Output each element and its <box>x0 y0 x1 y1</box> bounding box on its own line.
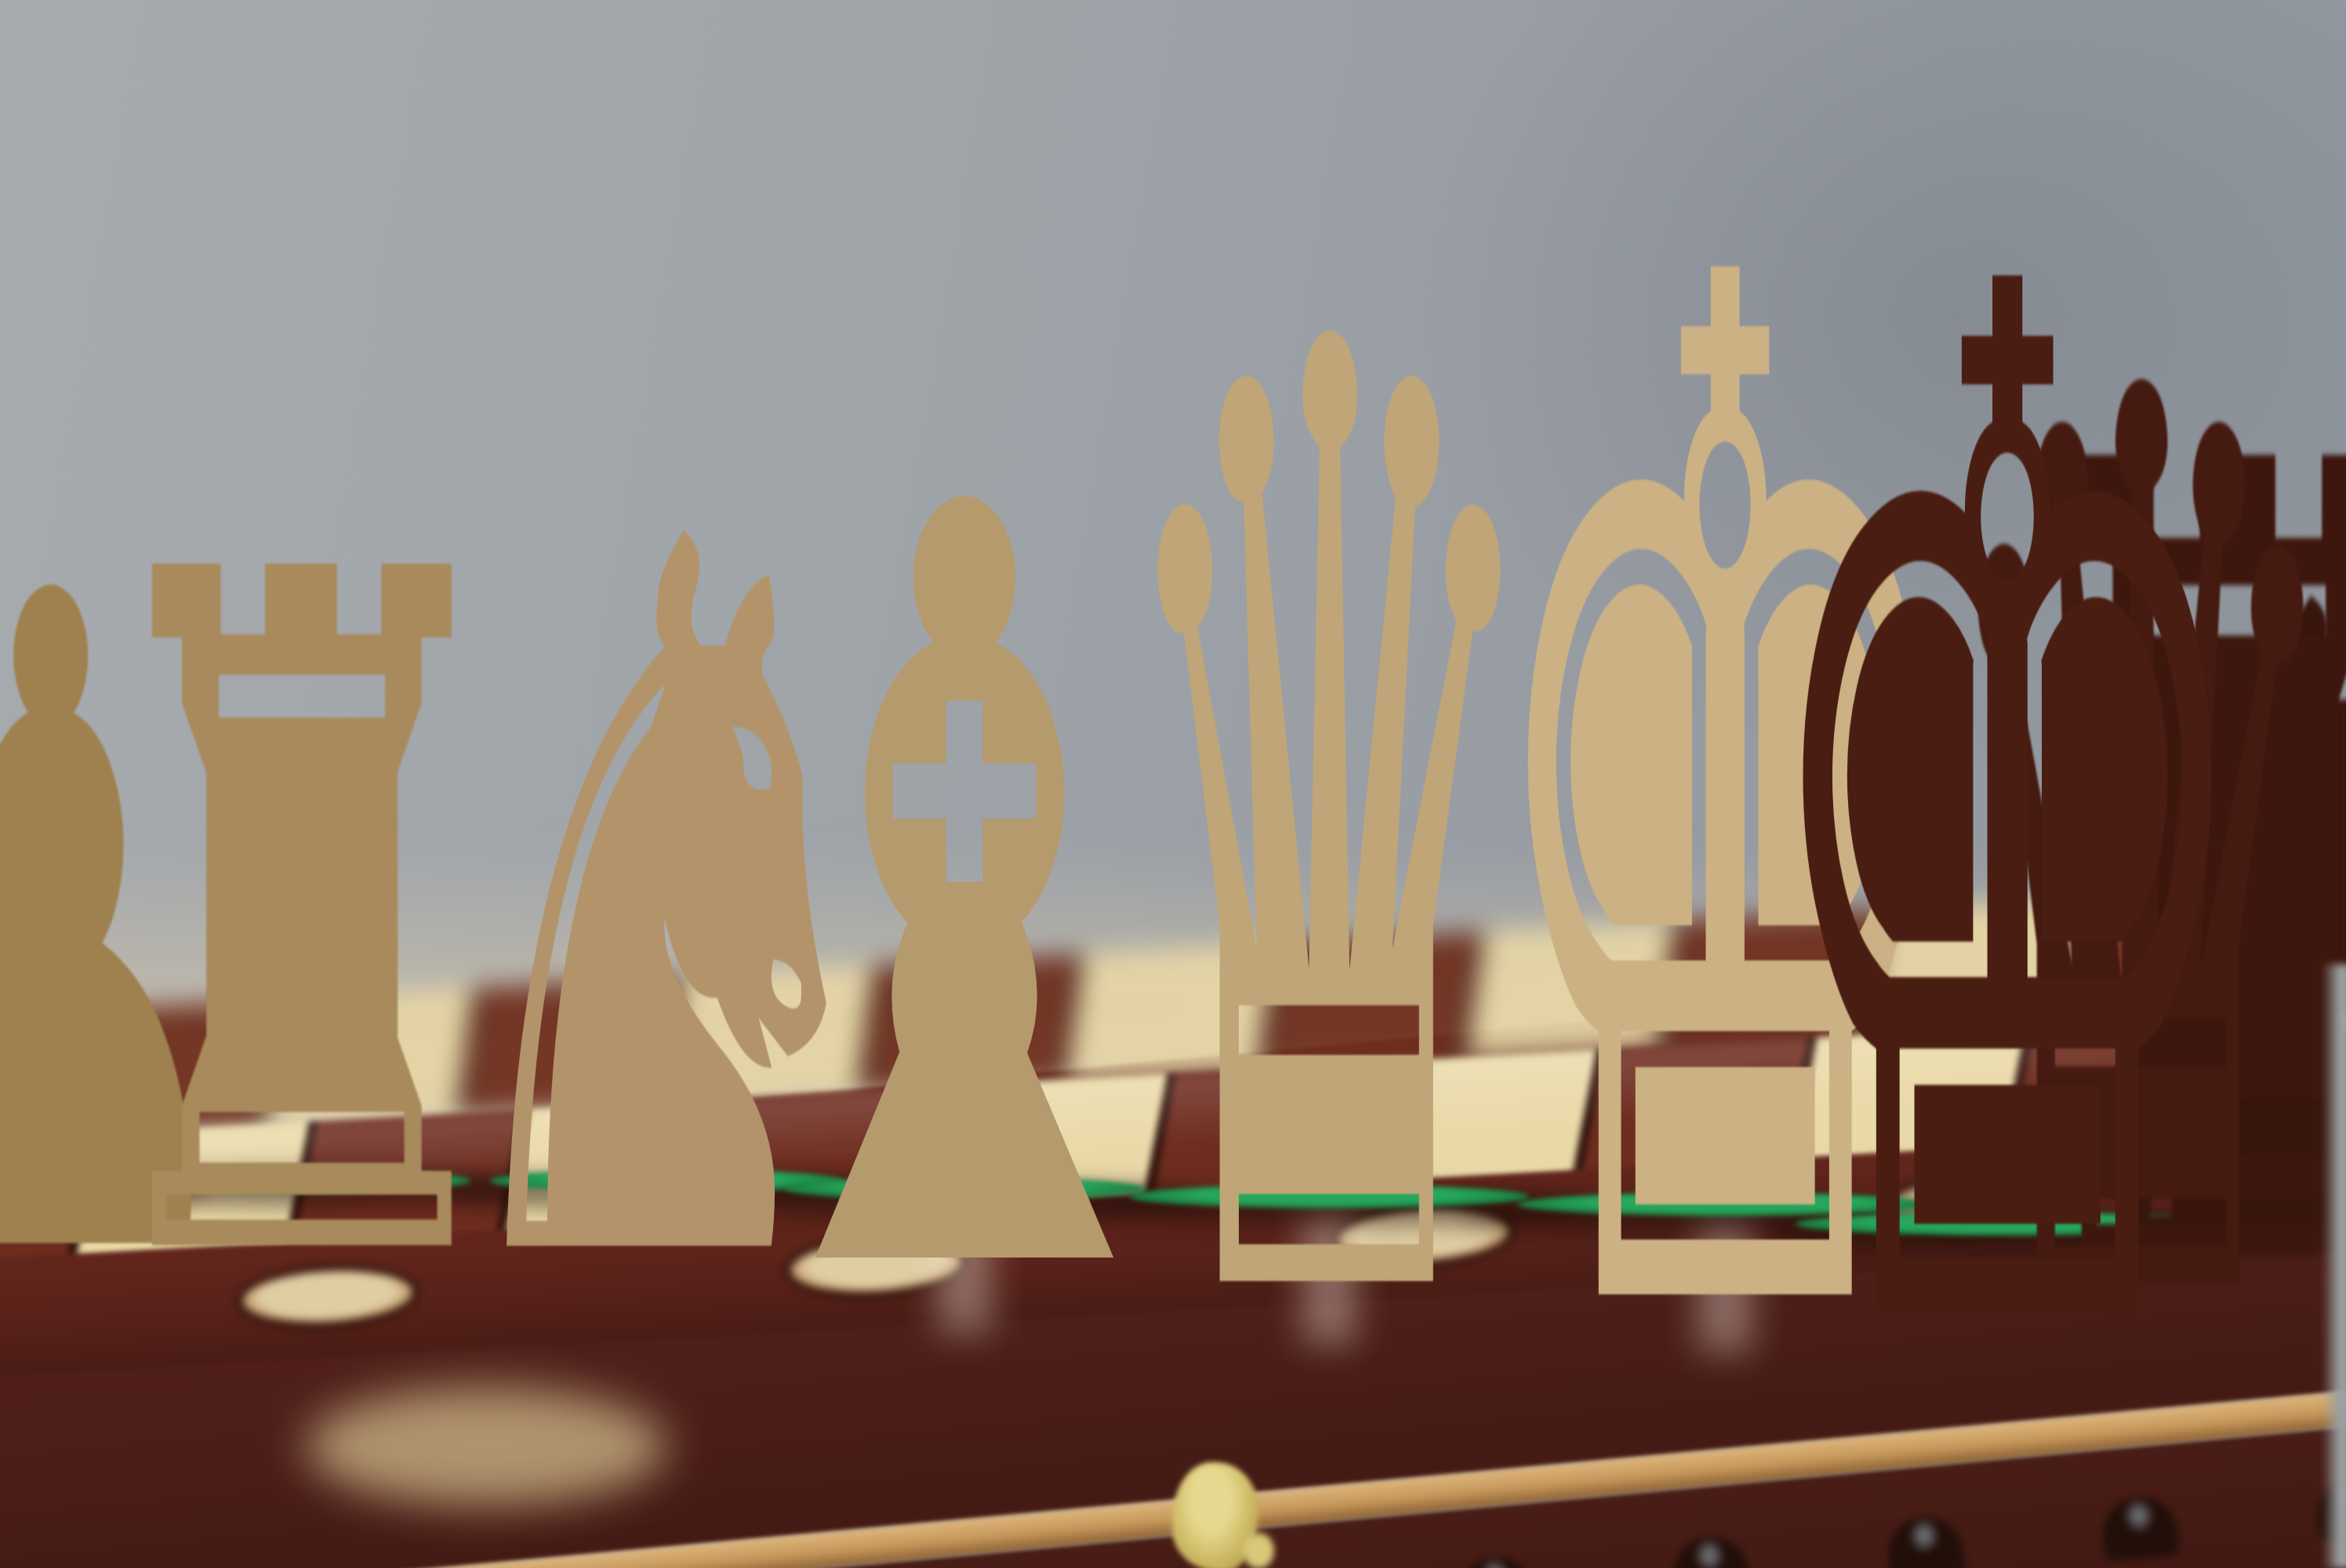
king-glyph: ♚ <box>1745 111 2268 1534</box>
board-right-edge-background <box>2322 964 2346 1568</box>
black-king-piece[interactable]: ♚ <box>1369 111 2346 1534</box>
chess-photo-scene: ♟ ♜ ♞ ♝ ♛ ♚ ♞ ♜ ♛ ♚ <box>0 0 2346 1568</box>
